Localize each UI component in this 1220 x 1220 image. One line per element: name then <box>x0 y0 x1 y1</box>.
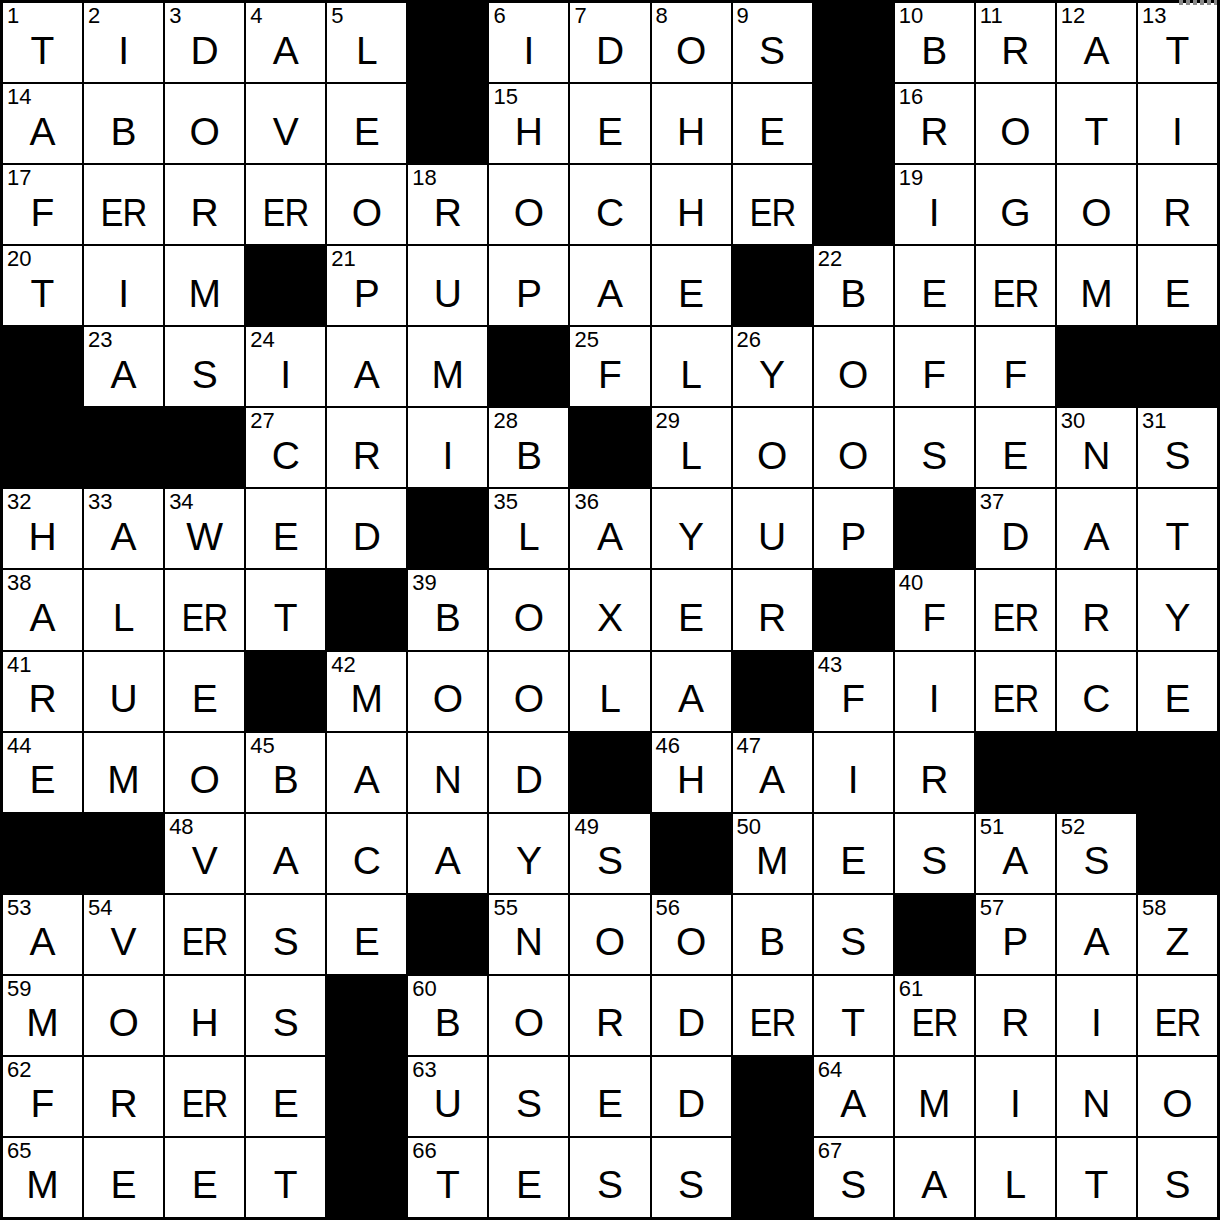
cell-r10-c12[interactable]: R <box>895 733 974 812</box>
cell-r12-c5[interactable]: E <box>327 895 406 974</box>
cell-letter: A <box>3 102 82 161</box>
cell-r12-c3[interactable]: ER <box>165 895 244 974</box>
cell-r15-c14[interactable]: T <box>1057 1138 1136 1217</box>
cell-r6-c9[interactable]: 29L <box>652 408 731 487</box>
cell-letter: S <box>165 345 244 404</box>
cell-letter: O <box>814 426 893 485</box>
cell-r6-c6[interactable]: I <box>408 408 487 487</box>
cell-r10-c2[interactable]: M <box>84 733 163 812</box>
cell-letter: F <box>976 345 1055 404</box>
block-r8-c5 <box>327 570 406 649</box>
cell-letter: O <box>1057 183 1136 242</box>
cell-r1-c10[interactable]: 9S <box>733 3 812 82</box>
cell-r4-c9[interactable]: E <box>652 246 731 325</box>
cell-r7-c3[interactable]: 34W <box>165 489 244 568</box>
cell-r13-c12[interactable]: 61ER <box>895 976 974 1055</box>
cell-letter: R <box>733 588 812 647</box>
cell-r8-c7[interactable]: O <box>489 570 568 649</box>
cell-r10-c6[interactable]: N <box>408 733 487 812</box>
cell-letter: H <box>165 994 244 1053</box>
cell-letter: B <box>84 102 163 161</box>
cell-r12-c4[interactable]: S <box>246 895 325 974</box>
cell-r2-c8[interactable]: E <box>570 84 649 163</box>
cell-rebus-letters: ER <box>170 913 240 972</box>
cell-letter: M <box>327 670 406 729</box>
cell-r13-c3[interactable]: H <box>165 976 244 1055</box>
cell-r15-c7[interactable]: E <box>489 1138 568 1217</box>
cell-letter: A <box>652 670 731 729</box>
cell-r4-c5[interactable]: 21P <box>327 246 406 325</box>
cell-r10-c3[interactable]: O <box>165 733 244 812</box>
cell-r11-c6[interactable]: A <box>408 814 487 893</box>
cell-r6-c5[interactable]: R <box>327 408 406 487</box>
cell-r1-c8[interactable]: 7D <box>570 3 649 82</box>
cell-letter: F <box>814 670 893 729</box>
cell-r9-c6[interactable]: O <box>408 652 487 731</box>
cell-r14-c12[interactable]: M <box>895 1057 974 1136</box>
cell-r10-c10[interactable]: 47A <box>733 733 812 812</box>
cell-letter: T <box>246 1156 325 1215</box>
cell-r13-c13[interactable]: R <box>976 976 1055 1055</box>
cell-r6-c15[interactable]: 31S <box>1138 408 1217 487</box>
cell-letter: M <box>3 994 82 1053</box>
cell-r11-c5[interactable]: C <box>327 814 406 893</box>
cell-letter: T <box>246 588 325 647</box>
cell-r12-c11[interactable]: S <box>814 895 893 974</box>
cell-letter: A <box>3 913 82 972</box>
cell-rebus-letters: ER <box>981 264 1051 323</box>
cell-letter: R <box>1057 588 1136 647</box>
cell-r13-c8[interactable]: R <box>570 976 649 1055</box>
cell-r12-c1[interactable]: 53A <box>3 895 82 974</box>
cell-r8-c1[interactable]: 38A <box>3 570 82 649</box>
cell-r3-c1[interactable]: 17F <box>3 165 82 244</box>
cell-r2-c14[interactable]: T <box>1057 84 1136 163</box>
cell-letter: S <box>1138 1156 1217 1215</box>
cell-r4-c7[interactable]: P <box>489 246 568 325</box>
cell-r6-c4[interactable]: 27C <box>246 408 325 487</box>
cell-r14-c15[interactable]: O <box>1138 1057 1217 1136</box>
cell-r5-c11[interactable]: O <box>814 327 893 406</box>
cell-r11-c14[interactable]: 52S <box>1057 814 1136 893</box>
cell-r15-c3[interactable]: E <box>165 1138 244 1217</box>
cell-letter: H <box>652 751 731 810</box>
cell-letter: P <box>489 264 568 323</box>
cell-r11-c3[interactable]: 48V <box>165 814 244 893</box>
cell-letter: R <box>976 994 1055 1053</box>
cell-r15-c6[interactable]: 66T <box>408 1138 487 1217</box>
cell-letter: F <box>570 345 649 404</box>
cell-letter: B <box>489 426 568 485</box>
cell-letter: Y <box>733 345 812 404</box>
cell-rebus-letters: ER <box>251 183 321 242</box>
cell-r3-c6[interactable]: 18R <box>408 165 487 244</box>
cell-r13-c7[interactable]: O <box>489 976 568 1055</box>
cell-r1-c14[interactable]: 12A <box>1057 3 1136 82</box>
cell-r3-c2[interactable]: ER <box>84 165 163 244</box>
cell-r3-c14[interactable]: O <box>1057 165 1136 244</box>
block-r9-c10 <box>733 652 812 731</box>
cell-r3-c13[interactable]: G <box>976 165 1055 244</box>
cell-r9-c8[interactable]: L <box>570 652 649 731</box>
cell-r13-c11[interactable]: T <box>814 976 893 1055</box>
cell-r8-c10[interactable]: R <box>733 570 812 649</box>
cell-r6-c11[interactable]: O <box>814 408 893 487</box>
cell-r14-c8[interactable]: E <box>570 1057 649 1136</box>
cell-r14-c14[interactable]: N <box>1057 1057 1136 1136</box>
cell-r13-c6[interactable]: 60B <box>408 976 487 1055</box>
cell-r2-c5[interactable]: E <box>327 84 406 163</box>
cell-r6-c10[interactable]: O <box>733 408 812 487</box>
cell-letter: E <box>165 670 244 729</box>
cell-r14-c3[interactable]: ER <box>165 1057 244 1136</box>
cell-r6-c12[interactable]: S <box>895 408 974 487</box>
cell-r1-c2[interactable]: 2I <box>84 3 163 82</box>
cell-r4-c2[interactable]: I <box>84 246 163 325</box>
cell-r6-c7[interactable]: 28B <box>489 408 568 487</box>
cell-letter: A <box>84 345 163 404</box>
cell-r12-c2[interactable]: 54V <box>84 895 163 974</box>
cell-letter: L <box>489 507 568 566</box>
cell-r11-c8[interactable]: 49S <box>570 814 649 893</box>
cell-r2-c1[interactable]: 14A <box>3 84 82 163</box>
cell-letter: L <box>976 1156 1055 1215</box>
cell-r14-c7[interactable]: S <box>489 1057 568 1136</box>
cell-letter: N <box>1057 1075 1136 1134</box>
cell-r4-c6[interactable]: U <box>408 246 487 325</box>
cell-r14-c2[interactable]: R <box>84 1057 163 1136</box>
cell-letter: D <box>570 21 649 80</box>
cell-r5-c8[interactable]: 25F <box>570 327 649 406</box>
cell-r9-c13[interactable]: ER <box>976 652 1055 731</box>
cell-letter: T <box>1057 1156 1136 1215</box>
cell-r9-c7[interactable]: O <box>489 652 568 731</box>
cell-letter: F <box>895 588 974 647</box>
cell-r8-c14[interactable]: R <box>1057 570 1136 649</box>
block-r12-c6 <box>408 895 487 974</box>
cell-r7-c14[interactable]: A <box>1057 489 1136 568</box>
cell-r5-c10[interactable]: 26Y <box>733 327 812 406</box>
cell-r13-c10[interactable]: ER <box>733 976 812 1055</box>
cell-letter: S <box>652 1156 731 1215</box>
cell-letter: I <box>246 345 325 404</box>
cell-r14-c1[interactable]: 62F <box>3 1057 82 1136</box>
cell-r9-c9[interactable]: A <box>652 652 731 731</box>
cell-r1-c15[interactable]: 13T <box>1138 3 1217 82</box>
cell-r12-c8[interactable]: O <box>570 895 649 974</box>
block-r11-c15 <box>1138 814 1217 893</box>
cell-letter: I <box>1138 102 1217 161</box>
cell-r12-c14[interactable]: A <box>1057 895 1136 974</box>
cell-letter: O <box>814 345 893 404</box>
block-r7-c12 <box>895 489 974 568</box>
cell-r15-c12[interactable]: A <box>895 1138 974 1217</box>
cell-r4-c14[interactable]: M <box>1057 246 1136 325</box>
cell-r8-c9[interactable]: E <box>652 570 731 649</box>
cell-r4-c1[interactable]: 20T <box>3 246 82 325</box>
cell-r1-c5[interactable]: 5L <box>327 3 406 82</box>
cell-letter: Y <box>489 832 568 891</box>
cell-r7-c13[interactable]: 37D <box>976 489 1055 568</box>
cell-letter: T <box>1138 507 1217 566</box>
cell-r7-c10[interactable]: U <box>733 489 812 568</box>
cell-r4-c3[interactable]: M <box>165 246 244 325</box>
cell-r3-c4[interactable]: ER <box>246 165 325 244</box>
cell-letter: A <box>733 751 812 810</box>
cell-r5-c12[interactable]: F <box>895 327 974 406</box>
corner-artifact-mark <box>1179 0 1217 5</box>
cell-r15-c11[interactable]: 67S <box>814 1138 893 1217</box>
cell-r5-c3[interactable]: S <box>165 327 244 406</box>
cell-letter: A <box>327 751 406 810</box>
cell-r2-c15[interactable]: I <box>1138 84 1217 163</box>
cell-r8-c12[interactable]: 40F <box>895 570 974 649</box>
cell-letter: B <box>733 913 812 972</box>
cell-letter: B <box>246 751 325 810</box>
cell-r1-c1[interactable]: 1T <box>3 3 82 82</box>
cell-letter: A <box>246 832 325 891</box>
cell-letter: L <box>327 21 406 80</box>
cell-letter: O <box>489 588 568 647</box>
cell-r10-c7[interactable]: D <box>489 733 568 812</box>
cell-letter: A <box>895 1156 974 1215</box>
block-r10-c8 <box>570 733 649 812</box>
block-r4-c4 <box>246 246 325 325</box>
cell-r7-c15[interactable]: T <box>1138 489 1217 568</box>
cell-r2-c4[interactable]: V <box>246 84 325 163</box>
cell-r4-c11[interactable]: 22B <box>814 246 893 325</box>
cell-r15-c15[interactable]: S <box>1138 1138 1217 1217</box>
cell-r12-c7[interactable]: 55N <box>489 895 568 974</box>
cell-r13-c9[interactable]: D <box>652 976 731 1055</box>
cell-r10-c4[interactable]: 45B <box>246 733 325 812</box>
cell-letter: E <box>1138 670 1217 729</box>
cell-r3-c7[interactable]: O <box>489 165 568 244</box>
cell-r2-c12[interactable]: 16R <box>895 84 974 163</box>
cell-letter: S <box>1138 426 1217 485</box>
cell-r10-c9[interactable]: 46H <box>652 733 731 812</box>
cell-r7-c7[interactable]: 35L <box>489 489 568 568</box>
cell-r3-c12[interactable]: 19I <box>895 165 974 244</box>
cell-r7-c4[interactable]: E <box>246 489 325 568</box>
cell-r7-c8[interactable]: 36A <box>570 489 649 568</box>
cell-r9-c1[interactable]: 41R <box>3 652 82 731</box>
cell-r9-c14[interactable]: C <box>1057 652 1136 731</box>
cell-r15-c4[interactable]: T <box>246 1138 325 1217</box>
cell-r2-c3[interactable]: O <box>165 84 244 163</box>
cell-r5-c4[interactable]: 24I <box>246 327 325 406</box>
cell-r2-c2[interactable]: B <box>84 84 163 163</box>
block-r6-c1 <box>3 408 82 487</box>
cell-r11-c11[interactable]: E <box>814 814 893 893</box>
cell-letter: S <box>1057 832 1136 891</box>
cell-r15-c8[interactable]: S <box>570 1138 649 1217</box>
cell-r6-c13[interactable]: E <box>976 408 1055 487</box>
cell-r12-c9[interactable]: 56O <box>652 895 731 974</box>
block-r5-c15 <box>1138 327 1217 406</box>
cell-r11-c10[interactable]: 50M <box>733 814 812 893</box>
cell-rebus-letters: ER <box>1143 994 1213 1053</box>
block-r3-c11 <box>814 165 893 244</box>
cell-r13-c1[interactable]: 59M <box>3 976 82 1055</box>
cell-r3-c5[interactable]: O <box>327 165 406 244</box>
cell-r3-c9[interactable]: H <box>652 165 731 244</box>
cell-r2-c9[interactable]: H <box>652 84 731 163</box>
cell-letter: O <box>408 670 487 729</box>
block-r6-c3 <box>165 408 244 487</box>
block-r6-c8 <box>570 408 649 487</box>
cell-r7-c5[interactable]: D <box>327 489 406 568</box>
cell-r8-c15[interactable]: Y <box>1138 570 1217 649</box>
cell-letter: M <box>408 345 487 404</box>
cell-letter: T <box>3 264 82 323</box>
cell-r12-c10[interactable]: B <box>733 895 812 974</box>
cell-letter: A <box>246 21 325 80</box>
cell-r14-c4[interactable]: E <box>246 1057 325 1136</box>
cell-r11-c4[interactable]: A <box>246 814 325 893</box>
cell-r5-c13[interactable]: F <box>976 327 1055 406</box>
cell-letter: S <box>895 426 974 485</box>
cell-r1-c9[interactable]: 8O <box>652 3 731 82</box>
cell-letter: S <box>489 1075 568 1134</box>
cell-r13-c2[interactable]: O <box>84 976 163 1055</box>
cell-letter: A <box>327 345 406 404</box>
cell-r7-c9[interactable]: Y <box>652 489 731 568</box>
cell-r4-c12[interactable]: E <box>895 246 974 325</box>
cell-r4-c15[interactable]: E <box>1138 246 1217 325</box>
cell-letter: G <box>976 183 1055 242</box>
cell-r14-c13[interactable]: I <box>976 1057 1055 1136</box>
cell-letter: A <box>408 832 487 891</box>
cell-r9-c12[interactable]: I <box>895 652 974 731</box>
cell-letter: L <box>652 345 731 404</box>
cell-r13-c15[interactable]: ER <box>1138 976 1217 1055</box>
cell-letter: B <box>895 21 974 80</box>
block-r14-c5 <box>327 1057 406 1136</box>
cell-letter: B <box>814 264 893 323</box>
cell-r9-c15[interactable]: E <box>1138 652 1217 731</box>
cell-letter: A <box>84 507 163 566</box>
cell-letter: M <box>895 1075 974 1134</box>
cell-r7-c1[interactable]: 32H <box>3 489 82 568</box>
cell-r11-c12[interactable]: S <box>895 814 974 893</box>
cell-r6-c14[interactable]: 30N <box>1057 408 1136 487</box>
cell-letter: O <box>165 102 244 161</box>
cell-r1-c3[interactable]: 3D <box>165 3 244 82</box>
cell-r5-c9[interactable]: L <box>652 327 731 406</box>
block-r4-c10 <box>733 246 812 325</box>
cell-r12-c13[interactable]: 57P <box>976 895 1055 974</box>
cell-letter: T <box>408 1156 487 1215</box>
cell-r14-c9[interactable]: D <box>652 1057 731 1136</box>
cell-rebus-letters: ER <box>981 670 1051 729</box>
cell-r7-c2[interactable]: 33A <box>84 489 163 568</box>
cell-r9-c11[interactable]: 43F <box>814 652 893 731</box>
cell-r15-c9[interactable]: S <box>652 1138 731 1217</box>
block-r2-c6 <box>408 84 487 163</box>
cell-r1-c4[interactable]: 4A <box>246 3 325 82</box>
cell-letter: T <box>1138 21 1217 80</box>
cell-r5-c2[interactable]: 23A <box>84 327 163 406</box>
cell-letter: E <box>733 102 812 161</box>
cell-letter: F <box>895 345 974 404</box>
cell-letter: H <box>489 102 568 161</box>
cell-r1-c13[interactable]: 11R <box>976 3 1055 82</box>
cell-r3-c3[interactable]: R <box>165 165 244 244</box>
cell-r2-c10[interactable]: E <box>733 84 812 163</box>
cell-letter: V <box>165 832 244 891</box>
cell-r14-c11[interactable]: 64A <box>814 1057 893 1136</box>
cell-r2-c13[interactable]: O <box>976 84 1055 163</box>
cell-letter: R <box>1138 183 1217 242</box>
cell-r1-c12[interactable]: 10B <box>895 3 974 82</box>
cell-letter: S <box>814 913 893 972</box>
cell-r10-c5[interactable]: A <box>327 733 406 812</box>
cell-r11-c13[interactable]: 51A <box>976 814 1055 893</box>
cell-letter: R <box>570 994 649 1053</box>
cell-r11-c7[interactable]: Y <box>489 814 568 893</box>
cell-r4-c13[interactable]: ER <box>976 246 1055 325</box>
cell-r9-c3[interactable]: E <box>165 652 244 731</box>
cell-r15-c2[interactable]: E <box>84 1138 163 1217</box>
cell-letter: S <box>814 1156 893 1215</box>
cell-r1-c7[interactable]: 6I <box>489 3 568 82</box>
cell-r13-c4[interactable]: S <box>246 976 325 1055</box>
cell-r8-c6[interactable]: 39B <box>408 570 487 649</box>
cell-r8-c3[interactable]: ER <box>165 570 244 649</box>
cell-rebus-letters: ER <box>899 994 969 1053</box>
cell-r9-c5[interactable]: 42M <box>327 652 406 731</box>
cell-letter: H <box>652 102 731 161</box>
cell-r14-c6[interactable]: 63U <box>408 1057 487 1136</box>
cell-letter: S <box>733 21 812 80</box>
cell-letter: U <box>408 264 487 323</box>
cell-r8-c2[interactable]: L <box>84 570 163 649</box>
cell-letter: S <box>895 832 974 891</box>
cell-r8-c8[interactable]: X <box>570 570 649 649</box>
cell-r3-c15[interactable]: R <box>1138 165 1217 244</box>
cell-letter: I <box>895 183 974 242</box>
cell-r2-c7[interactable]: 15H <box>489 84 568 163</box>
cell-letter: F <box>3 1075 82 1134</box>
cell-r13-c14[interactable]: I <box>1057 976 1136 1055</box>
cell-r10-c11[interactable]: I <box>814 733 893 812</box>
cell-letter: H <box>652 183 731 242</box>
cell-r3-c8[interactable]: C <box>570 165 649 244</box>
cell-r4-c8[interactable]: A <box>570 246 649 325</box>
cell-r3-c10[interactable]: ER <box>733 165 812 244</box>
cell-r5-c6[interactable]: M <box>408 327 487 406</box>
cell-r8-c13[interactable]: ER <box>976 570 1055 649</box>
cell-letter: E <box>895 264 974 323</box>
cell-letter: Y <box>1138 588 1217 647</box>
cell-letter: A <box>3 588 82 647</box>
cell-r8-c4[interactable]: T <box>246 570 325 649</box>
cell-r7-c11[interactable]: P <box>814 489 893 568</box>
cell-r5-c5[interactable]: A <box>327 327 406 406</box>
cell-letter: W <box>165 507 244 566</box>
cell-letter: I <box>1057 994 1136 1053</box>
cell-letter: B <box>408 994 487 1053</box>
cell-r15-c1[interactable]: 65M <box>3 1138 82 1217</box>
cell-letter: E <box>976 426 1055 485</box>
cell-r15-c13[interactable]: L <box>976 1138 1055 1217</box>
cell-letter: E <box>246 1075 325 1134</box>
cell-r12-c15[interactable]: 58Z <box>1138 895 1217 974</box>
cell-r10-c1[interactable]: 44E <box>3 733 82 812</box>
cell-letter: R <box>165 183 244 242</box>
cell-r9-c2[interactable]: U <box>84 652 163 731</box>
